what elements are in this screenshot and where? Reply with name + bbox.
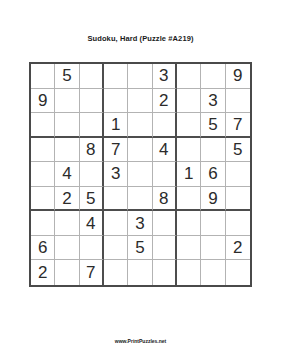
- cell-r7c3: 4: [80, 211, 104, 236]
- puzzle-title: Sudoku, Hard (Puzzle #A219): [0, 34, 281, 43]
- cell-r9c4: [104, 260, 128, 285]
- footer-url: www.PrintPuzzles.net: [0, 338, 281, 344]
- cell-r1c4: [104, 64, 128, 89]
- cell-r9c2: [55, 260, 79, 285]
- cell-r2c7: [177, 89, 201, 114]
- cell-r6c9: [226, 187, 250, 212]
- cell-r6c4: [104, 187, 128, 212]
- cell-r4c2: [55, 138, 79, 163]
- cell-r3c2: [55, 113, 79, 138]
- cell-r8c8: [201, 236, 225, 261]
- cell-r3c6: [153, 113, 177, 138]
- cell-r4c3: 8: [80, 138, 104, 163]
- cell-r9c7: [177, 260, 201, 285]
- cell-r6c2: 2: [55, 187, 79, 212]
- cell-r1c1: [31, 64, 55, 89]
- cell-r9c3: 7: [80, 260, 104, 285]
- cell-r8c7: [177, 236, 201, 261]
- cell-r6c6: 8: [153, 187, 177, 212]
- cell-r5c2: 4: [55, 162, 79, 187]
- cell-r4c9: 5: [226, 138, 250, 163]
- cell-r1c9: 9: [226, 64, 250, 89]
- cell-r1c5: [128, 64, 152, 89]
- cell-r2c1: 9: [31, 89, 55, 114]
- cell-r9c1: 2: [31, 260, 55, 285]
- cell-r5c6: [153, 162, 177, 187]
- cell-r8c3: [80, 236, 104, 261]
- cell-r4c6: 4: [153, 138, 177, 163]
- cell-r5c4: 3: [104, 162, 128, 187]
- cell-r5c7: 1: [177, 162, 201, 187]
- cell-r2c3: [80, 89, 104, 114]
- cell-r7c8: [201, 211, 225, 236]
- cell-r2c5: [128, 89, 152, 114]
- cell-r8c1: 6: [31, 236, 55, 261]
- cell-r6c8: 9: [201, 187, 225, 212]
- cell-r6c5: [128, 187, 152, 212]
- cell-r7c2: [55, 211, 79, 236]
- cell-r8c9: 2: [226, 236, 250, 261]
- cell-r2c8: 3: [201, 89, 225, 114]
- cell-r5c5: [128, 162, 152, 187]
- cell-r4c7: [177, 138, 201, 163]
- cell-r7c1: [31, 211, 55, 236]
- cell-r8c4: [104, 236, 128, 261]
- cell-r2c4: [104, 89, 128, 114]
- cell-r7c9: [226, 211, 250, 236]
- cell-r6c7: [177, 187, 201, 212]
- cell-r4c8: [201, 138, 225, 163]
- cell-r5c8: 6: [201, 162, 225, 187]
- cell-r5c1: [31, 162, 55, 187]
- cell-r4c1: [31, 138, 55, 163]
- cell-r3c9: 7: [226, 113, 250, 138]
- cell-r3c7: [177, 113, 201, 138]
- cell-r1c3: [80, 64, 104, 89]
- sudoku-board: 5399231578745431625894365227: [29, 62, 252, 287]
- cell-r3c1: [31, 113, 55, 138]
- cell-r7c7: [177, 211, 201, 236]
- cell-r1c6: 3: [153, 64, 177, 89]
- cell-r9c5: [128, 260, 152, 285]
- cell-r5c3: [80, 162, 104, 187]
- cell-r3c5: [128, 113, 152, 138]
- cell-r9c6: [153, 260, 177, 285]
- cell-r6c3: 5: [80, 187, 104, 212]
- cell-r8c6: [153, 236, 177, 261]
- sudoku-page: Sudoku, Hard (Puzzle #A219) 539923157874…: [0, 0, 281, 363]
- cell-r4c4: 7: [104, 138, 128, 163]
- cell-r7c5: 3: [128, 211, 152, 236]
- cell-r6c1: [31, 187, 55, 212]
- cell-r5c9: [226, 162, 250, 187]
- cell-r1c8: [201, 64, 225, 89]
- cell-r9c8: [201, 260, 225, 285]
- cell-r7c4: [104, 211, 128, 236]
- cell-r8c5: 5: [128, 236, 152, 261]
- cell-r3c3: [80, 113, 104, 138]
- cell-r9c9: [226, 260, 250, 285]
- cell-r3c4: 1: [104, 113, 128, 138]
- cell-r1c2: 5: [55, 64, 79, 89]
- cell-r3c8: 5: [201, 113, 225, 138]
- cell-r2c6: 2: [153, 89, 177, 114]
- cell-r2c9: [226, 89, 250, 114]
- cell-r4c5: [128, 138, 152, 163]
- cell-r1c7: [177, 64, 201, 89]
- cell-r7c6: [153, 211, 177, 236]
- cell-r8c2: [55, 236, 79, 261]
- cell-r2c2: [55, 89, 79, 114]
